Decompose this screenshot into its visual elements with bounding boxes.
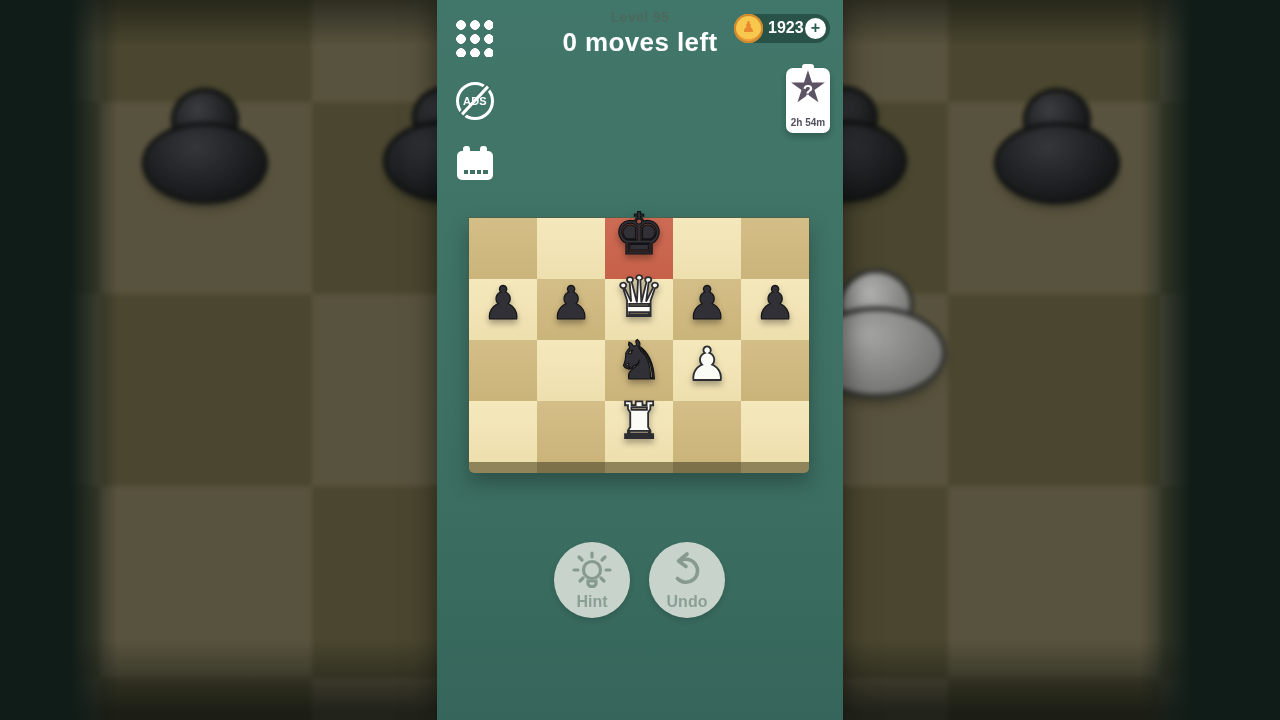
- undo-label: Undo: [649, 593, 725, 611]
- hint-button[interactable]: Hint: [554, 542, 630, 618]
- coin-count: 1923: [768, 19, 804, 37]
- square-b3[interactable]: ♟: [537, 279, 605, 340]
- black-pawn[interactable]: ♟: [686, 280, 727, 326]
- background-left: [0, 0, 437, 720]
- background-vignette: [0, 0, 437, 720]
- lightbulb-icon: [569, 549, 615, 593]
- no-ads-icon[interactable]: ADS: [456, 82, 494, 120]
- white-pawn[interactable]: ♟: [686, 341, 727, 387]
- black-pawn[interactable]: ♟: [754, 280, 795, 326]
- square-e4[interactable]: [741, 218, 809, 279]
- white-queen[interactable]: ♛: [614, 269, 664, 325]
- square-a4[interactable]: [469, 218, 537, 279]
- square-d1[interactable]: [673, 401, 741, 462]
- undo-arrow-icon: [665, 549, 709, 593]
- undo-button[interactable]: Undo: [649, 542, 725, 618]
- game-panel: Level 95 0 moves left ♟ 1923 + ADS ★ ? 2…: [437, 0, 843, 720]
- black-pawn[interactable]: ♟: [482, 280, 523, 326]
- square-e1[interactable]: [741, 401, 809, 462]
- black-pawn[interactable]: ♟: [550, 280, 591, 326]
- square-b1[interactable]: [537, 401, 605, 462]
- square-a2[interactable]: [469, 340, 537, 401]
- square-c1[interactable]: ♜: [605, 401, 673, 462]
- black-king[interactable]: ♚: [613, 205, 665, 263]
- square-b2[interactable]: [537, 340, 605, 401]
- background-vignette: [843, 0, 1280, 720]
- background-right: [843, 0, 1280, 720]
- timer-text: 2h 54m: [786, 117, 830, 128]
- board-squares: ♚♟♟♛♟♟♞♟♜: [469, 218, 809, 462]
- coin-counter[interactable]: ♟ 1923 +: [736, 14, 830, 43]
- square-b4[interactable]: [537, 218, 605, 279]
- screen: Level 95 0 moves left ♟ 1923 + ADS ★ ? 2…: [0, 0, 1280, 720]
- hint-label: Hint: [554, 593, 630, 611]
- white-rook[interactable]: ♜: [617, 396, 662, 446]
- black-knight[interactable]: ♞: [615, 334, 663, 388]
- square-e3[interactable]: ♟: [741, 279, 809, 340]
- board-bevel: [469, 462, 809, 473]
- square-a1[interactable]: [469, 401, 537, 462]
- square-d3[interactable]: ♟: [673, 279, 741, 340]
- square-d2[interactable]: ♟: [673, 340, 741, 401]
- question-mark: ?: [786, 82, 830, 102]
- square-e2[interactable]: [741, 340, 809, 401]
- mystery-star-card[interactable]: ★ ? 2h 54m: [786, 68, 830, 133]
- square-a3[interactable]: ♟: [469, 279, 537, 340]
- add-coins-button[interactable]: +: [805, 18, 826, 39]
- daily-calendar-icon[interactable]: [457, 146, 493, 180]
- coin-icon: ♟: [734, 14, 763, 43]
- square-d4[interactable]: [673, 218, 741, 279]
- chess-board: ♚♟♟♛♟♟♞♟♜: [469, 218, 809, 473]
